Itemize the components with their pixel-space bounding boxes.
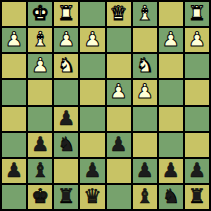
square-d6[interactable]: ♟	[107, 133, 131, 157]
white-pawn-icon: ♟	[188, 29, 206, 49]
square-e1[interactable]	[80, 2, 104, 26]
black-knight-icon: ♞	[162, 186, 180, 206]
square-b1[interactable]	[159, 2, 183, 26]
square-f6[interactable]: ♞	[54, 133, 78, 157]
square-a3[interactable]	[185, 54, 209, 78]
black-queen-icon: ♛	[83, 186, 101, 206]
black-pawn-icon: ♟	[136, 160, 154, 180]
square-f5[interactable]: ♟	[54, 107, 78, 131]
square-a5[interactable]	[185, 107, 209, 131]
square-h3[interactable]	[2, 54, 26, 78]
square-g1[interactable]: ♚	[28, 2, 52, 26]
square-g7[interactable]: ♝	[28, 159, 52, 183]
square-e5[interactable]	[80, 107, 104, 131]
black-pawn-icon: ♟	[188, 160, 206, 180]
chess-board: ♚♜♛♝♜♟♝♟♟♟♟♟♞♞♟♟♟♟♞♟♟♝♟♟♟♟♚♜♛♝♞♜	[0, 0, 211, 211]
square-h8[interactable]	[2, 185, 26, 209]
square-d8[interactable]	[107, 185, 131, 209]
square-c5[interactable]	[133, 107, 157, 131]
black-pawn-icon: ♟	[83, 160, 101, 180]
white-pawn-icon: ♟	[83, 29, 101, 49]
square-b4[interactable]	[159, 80, 183, 104]
square-g5[interactable]	[28, 107, 52, 131]
white-bishop-icon: ♝	[136, 3, 154, 23]
square-d1[interactable]: ♛	[107, 2, 131, 26]
white-king-icon: ♚	[31, 3, 49, 23]
black-pawn-icon: ♟	[31, 134, 49, 154]
black-bishop-icon: ♝	[136, 186, 154, 206]
square-c4[interactable]: ♟	[133, 80, 157, 104]
white-pawn-icon: ♟	[5, 29, 23, 49]
square-h7[interactable]: ♟	[2, 159, 26, 183]
square-h4[interactable]	[2, 80, 26, 104]
square-g6[interactable]: ♟	[28, 133, 52, 157]
square-a1[interactable]: ♜	[185, 2, 209, 26]
black-bishop-icon: ♝	[31, 160, 49, 180]
black-pawn-icon: ♟	[5, 160, 23, 180]
square-a2[interactable]: ♟	[185, 28, 209, 52]
white-knight-icon: ♞	[136, 55, 154, 75]
square-e8[interactable]: ♛	[80, 185, 104, 209]
white-knight-icon: ♞	[57, 55, 75, 75]
square-g3[interactable]: ♟	[28, 54, 52, 78]
square-a8[interactable]: ♜	[185, 185, 209, 209]
square-f2[interactable]: ♟	[54, 28, 78, 52]
square-g2[interactable]: ♝	[28, 28, 52, 52]
square-b8[interactable]: ♞	[159, 185, 183, 209]
square-e3[interactable]	[80, 54, 104, 78]
square-c1[interactable]: ♝	[133, 2, 157, 26]
square-e4[interactable]	[80, 80, 104, 104]
black-rook-icon: ♜	[57, 186, 75, 206]
square-b3[interactable]	[159, 54, 183, 78]
square-e7[interactable]: ♟	[80, 159, 104, 183]
square-a6[interactable]	[185, 133, 209, 157]
white-rook-icon: ♜	[57, 3, 75, 23]
square-b6[interactable]	[159, 133, 183, 157]
black-pawn-icon: ♟	[110, 134, 128, 154]
white-pawn-icon: ♟	[31, 55, 49, 75]
square-c2[interactable]	[133, 28, 157, 52]
square-b5[interactable]	[159, 107, 183, 131]
white-queen-icon: ♛	[110, 3, 128, 23]
square-h5[interactable]	[2, 107, 26, 131]
square-f7[interactable]	[54, 159, 78, 183]
square-h1[interactable]	[2, 2, 26, 26]
square-a4[interactable]	[185, 80, 209, 104]
square-c3[interactable]: ♞	[133, 54, 157, 78]
black-pawn-icon: ♟	[162, 160, 180, 180]
black-rook-icon: ♜	[188, 186, 206, 206]
square-g4[interactable]	[28, 80, 52, 104]
white-bishop-icon: ♝	[31, 29, 49, 49]
square-g8[interactable]: ♚	[28, 185, 52, 209]
square-f8[interactable]: ♜	[54, 185, 78, 209]
square-c7[interactable]: ♟	[133, 159, 157, 183]
white-pawn-icon: ♟	[110, 81, 128, 101]
square-d7[interactable]	[107, 159, 131, 183]
black-king-icon: ♚	[31, 186, 49, 206]
black-knight-icon: ♞	[57, 134, 75, 154]
white-rook-icon: ♜	[188, 3, 206, 23]
black-pawn-icon: ♟	[57, 108, 75, 128]
square-c6[interactable]	[133, 133, 157, 157]
square-e6[interactable]	[80, 133, 104, 157]
square-d3[interactable]	[107, 54, 131, 78]
white-pawn-icon: ♟	[136, 81, 154, 101]
square-d5[interactable]	[107, 107, 131, 131]
square-c8[interactable]: ♝	[133, 185, 157, 209]
square-f1[interactable]: ♜	[54, 2, 78, 26]
square-h6[interactable]	[2, 133, 26, 157]
square-f3[interactable]: ♞	[54, 54, 78, 78]
square-e2[interactable]: ♟	[80, 28, 104, 52]
square-h2[interactable]: ♟	[2, 28, 26, 52]
square-b7[interactable]: ♟	[159, 159, 183, 183]
white-pawn-icon: ♟	[57, 29, 75, 49]
square-f4[interactable]	[54, 80, 78, 104]
square-d4[interactable]: ♟	[107, 80, 131, 104]
square-b2[interactable]: ♟	[159, 28, 183, 52]
square-d2[interactable]	[107, 28, 131, 52]
square-a7[interactable]: ♟	[185, 159, 209, 183]
white-pawn-icon: ♟	[162, 29, 180, 49]
